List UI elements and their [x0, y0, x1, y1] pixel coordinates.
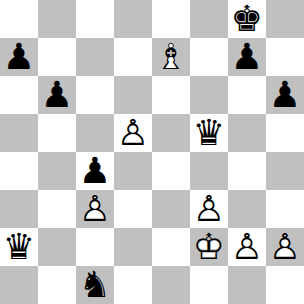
chess-board: ♚♟♝♗♟♟♟♟♙♛♟♟♙♟♙♛♚♔♟♙♟♙♞ [0, 0, 304, 304]
square-a1[interactable] [0, 266, 38, 304]
square-e2[interactable] [152, 228, 190, 266]
square-f2[interactable]: ♚♔ [190, 228, 228, 266]
square-a4[interactable] [0, 152, 38, 190]
square-h4[interactable] [266, 152, 304, 190]
square-f6[interactable] [190, 76, 228, 114]
black-queen-icon: ♛ [0, 228, 38, 266]
white-pawn-icon: ♙ [114, 114, 152, 152]
square-d2[interactable] [114, 228, 152, 266]
white-king-icon: ♔ [190, 228, 228, 266]
square-c3[interactable]: ♟♙ [76, 190, 114, 228]
square-g1[interactable] [228, 266, 266, 304]
square-d5[interactable]: ♟♙ [114, 114, 152, 152]
square-g7[interactable]: ♟ [228, 38, 266, 76]
square-h1[interactable] [266, 266, 304, 304]
square-f1[interactable] [190, 266, 228, 304]
piece-white-pawn[interactable]: ♟♙ [76, 190, 114, 228]
square-a7[interactable]: ♟ [0, 38, 38, 76]
square-f5[interactable]: ♛ [190, 114, 228, 152]
piece-black-pawn[interactable]: ♟ [0, 38, 38, 76]
square-b8[interactable] [38, 0, 76, 38]
square-g3[interactable] [228, 190, 266, 228]
square-e5[interactable] [152, 114, 190, 152]
square-e3[interactable] [152, 190, 190, 228]
square-d6[interactable] [114, 76, 152, 114]
piece-black-pawn[interactable]: ♟ [38, 76, 76, 114]
square-b1[interactable] [38, 266, 76, 304]
piece-black-queen[interactable]: ♛ [0, 228, 38, 266]
square-e1[interactable] [152, 266, 190, 304]
square-d7[interactable] [114, 38, 152, 76]
white-pawn-icon: ♙ [76, 190, 114, 228]
piece-white-king[interactable]: ♚♔ [190, 228, 228, 266]
square-a5[interactable] [0, 114, 38, 152]
square-b7[interactable] [38, 38, 76, 76]
square-g8[interactable]: ♚ [228, 0, 266, 38]
piece-black-queen[interactable]: ♛ [190, 114, 228, 152]
piece-black-knight[interactable]: ♞ [76, 266, 114, 304]
square-h3[interactable] [266, 190, 304, 228]
square-d1[interactable] [114, 266, 152, 304]
square-f3[interactable]: ♟♙ [190, 190, 228, 228]
square-g5[interactable] [228, 114, 266, 152]
square-a3[interactable] [0, 190, 38, 228]
square-c6[interactable] [76, 76, 114, 114]
square-b2[interactable] [38, 228, 76, 266]
square-g6[interactable] [228, 76, 266, 114]
piece-black-king[interactable]: ♚ [228, 0, 266, 38]
piece-white-pawn[interactable]: ♟♙ [228, 228, 266, 266]
square-f8[interactable] [190, 0, 228, 38]
square-d8[interactable] [114, 0, 152, 38]
piece-black-pawn[interactable]: ♟ [228, 38, 266, 76]
square-c4[interactable]: ♟ [76, 152, 114, 190]
piece-white-pawn[interactable]: ♟♙ [266, 228, 304, 266]
square-b3[interactable] [38, 190, 76, 228]
square-h6[interactable]: ♟ [266, 76, 304, 114]
square-e6[interactable] [152, 76, 190, 114]
piece-white-pawn[interactable]: ♟♙ [114, 114, 152, 152]
square-b5[interactable] [38, 114, 76, 152]
square-a2[interactable]: ♛ [0, 228, 38, 266]
black-pawn-icon: ♟ [38, 76, 76, 114]
square-c2[interactable] [76, 228, 114, 266]
square-g4[interactable] [228, 152, 266, 190]
square-h7[interactable] [266, 38, 304, 76]
black-queen-icon: ♛ [190, 114, 228, 152]
square-c5[interactable] [76, 114, 114, 152]
piece-white-pawn[interactable]: ♟♙ [190, 190, 228, 228]
square-e8[interactable] [152, 0, 190, 38]
square-h5[interactable] [266, 114, 304, 152]
square-e4[interactable] [152, 152, 190, 190]
black-knight-icon: ♞ [76, 266, 114, 304]
black-pawn-icon: ♟ [76, 152, 114, 190]
square-a6[interactable] [0, 76, 38, 114]
piece-white-bishop[interactable]: ♝♗ [152, 38, 190, 76]
white-pawn-icon: ♙ [190, 190, 228, 228]
square-h8[interactable] [266, 0, 304, 38]
square-h2[interactable]: ♟♙ [266, 228, 304, 266]
piece-black-pawn[interactable]: ♟ [76, 152, 114, 190]
square-g2[interactable]: ♟♙ [228, 228, 266, 266]
black-pawn-icon: ♟ [266, 76, 304, 114]
square-b6[interactable]: ♟ [38, 76, 76, 114]
white-pawn-icon: ♙ [266, 228, 304, 266]
square-d4[interactable] [114, 152, 152, 190]
square-f7[interactable] [190, 38, 228, 76]
piece-black-pawn[interactable]: ♟ [266, 76, 304, 114]
black-pawn-icon: ♟ [228, 38, 266, 76]
square-c8[interactable] [76, 0, 114, 38]
square-c1[interactable]: ♞ [76, 266, 114, 304]
square-a8[interactable] [0, 0, 38, 38]
square-c7[interactable] [76, 38, 114, 76]
black-king-icon: ♚ [228, 0, 266, 38]
square-f4[interactable] [190, 152, 228, 190]
square-e7[interactable]: ♝♗ [152, 38, 190, 76]
square-d3[interactable] [114, 190, 152, 228]
white-pawn-icon: ♙ [228, 228, 266, 266]
white-bishop-icon: ♗ [152, 38, 190, 76]
black-pawn-icon: ♟ [0, 38, 38, 76]
square-b4[interactable] [38, 152, 76, 190]
